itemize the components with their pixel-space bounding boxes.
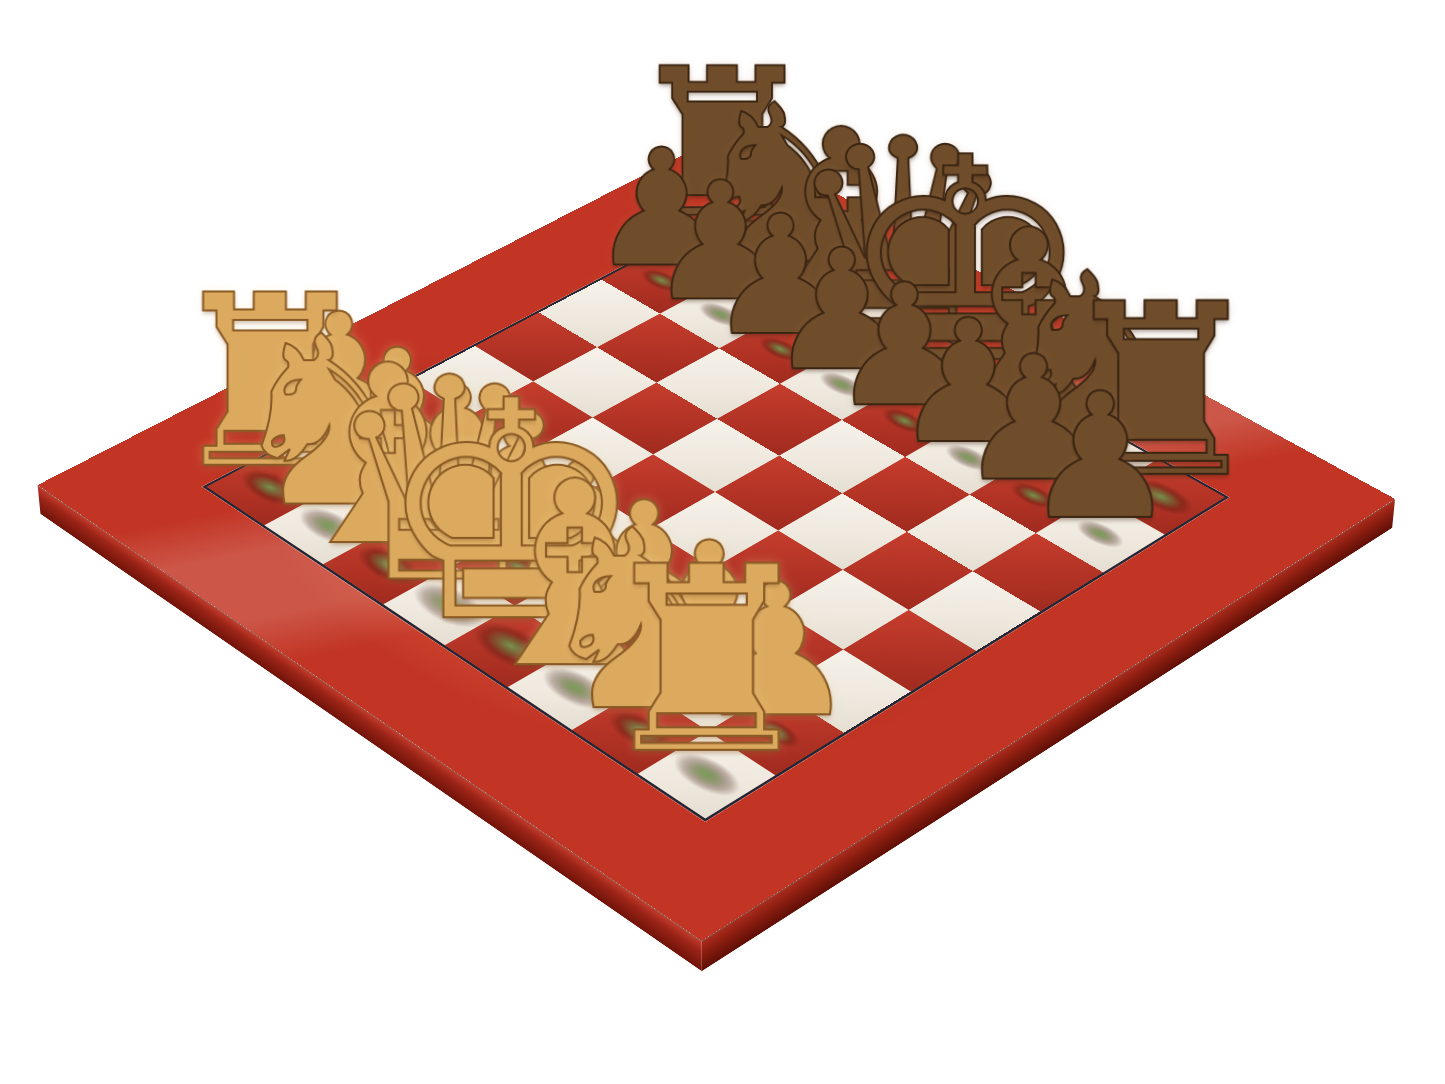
square-f6[interactable] bbox=[842, 457, 969, 532]
product-photo-scene: ♜♞♝♛♚♝♞♜♟♟♟♟♟♟♟♟♟♟♟♟♟♟♟♟♜♞♝♛♚♝♞♜ bbox=[0, 0, 1445, 1084]
white-rook-h1[interactable]: ♜ bbox=[592, 533, 822, 790]
chess-board-3d: ♜♞♝♛♚♝♞♜♟♟♟♟♟♟♟♟♟♟♟♟♟♟♟♟♜♞♝♛♚♝♞♜ bbox=[38, 133, 1395, 941]
square-h1[interactable]: ♜ bbox=[638, 731, 775, 818]
square-h7[interactable]: ♟ bbox=[1036, 496, 1165, 573]
board-lacquer-border: ♜♞♝♛♚♝♞♜♟♟♟♟♟♟♟♟♟♟♟♟♟♟♟♟♜♞♝♛♚♝♞♜ bbox=[38, 133, 1395, 941]
black-pawn-h7[interactable]: ♟ bbox=[1022, 370, 1178, 544]
